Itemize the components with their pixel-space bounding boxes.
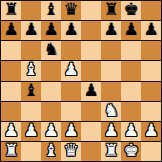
piece-white-pawn-d5[interactable]: ♟	[63, 61, 78, 78]
square-h1[interactable]	[141, 142, 161, 161]
square-f5[interactable]	[101, 61, 121, 80]
square-d7[interactable]: ♟	[61, 21, 81, 40]
square-c4[interactable]	[41, 82, 61, 101]
piece-black-bishop-c8[interactable]: ♝	[43, 1, 58, 18]
square-b6[interactable]	[21, 41, 41, 60]
square-f1[interactable]: ♜	[101, 142, 121, 161]
square-h7[interactable]: ♟	[141, 21, 161, 40]
piece-white-pawn-f2[interactable]: ♟	[103, 122, 118, 139]
square-h4[interactable]	[141, 82, 161, 101]
square-h3[interactable]	[141, 102, 161, 121]
square-g8[interactable]: ♚	[121, 1, 141, 20]
square-c7[interactable]: ♟	[41, 21, 61, 40]
square-e8[interactable]	[81, 1, 101, 20]
piece-white-pawn-b2[interactable]: ♟	[23, 122, 38, 139]
piece-black-pawn-d7[interactable]: ♟	[63, 21, 78, 38]
piece-white-pawn-c2[interactable]: ♟	[43, 122, 58, 139]
piece-white-pawn-a2[interactable]: ♟	[3, 122, 18, 139]
square-g1[interactable]: ♚	[121, 142, 141, 161]
chess-board-frame: ♜♝♛♜♚♟♟♟♟♟♟♟♞♝♟♝♟♞♟♟♟♟♟♟♟♜♝♛♜♚	[0, 0, 162, 162]
piece-white-pawn-g2[interactable]: ♟	[123, 122, 138, 139]
square-d2[interactable]: ♟	[61, 122, 81, 141]
piece-black-pawn-c7[interactable]: ♟	[43, 21, 58, 38]
square-b4[interactable]: ♝	[21, 82, 41, 101]
square-d5[interactable]: ♟	[61, 61, 81, 80]
square-a6[interactable]	[1, 41, 21, 60]
square-f3[interactable]: ♞	[101, 102, 121, 121]
square-f8[interactable]: ♜	[101, 1, 121, 20]
square-c1[interactable]: ♝	[41, 142, 61, 161]
square-c5[interactable]	[41, 61, 61, 80]
chess-board: ♜♝♛♜♚♟♟♟♟♟♟♟♞♝♟♝♟♞♟♟♟♟♟♟♟♜♝♛♜♚	[1, 1, 161, 161]
square-b8[interactable]	[21, 1, 41, 20]
square-g7[interactable]: ♟	[121, 21, 141, 40]
square-g2[interactable]: ♟	[121, 122, 141, 141]
piece-white-queen-d1[interactable]: ♛	[63, 142, 78, 159]
square-f7[interactable]: ♟	[101, 21, 121, 40]
square-g5[interactable]	[121, 61, 141, 80]
square-b5[interactable]: ♝	[21, 61, 41, 80]
square-b7[interactable]: ♟	[21, 21, 41, 40]
square-e1[interactable]	[81, 142, 101, 161]
piece-black-pawn-a7[interactable]: ♟	[3, 21, 18, 38]
piece-black-knight-c6[interactable]: ♞	[43, 41, 58, 58]
piece-black-pawn-f7[interactable]: ♟	[103, 21, 118, 38]
square-b2[interactable]: ♟	[21, 122, 41, 141]
square-a1[interactable]: ♜	[1, 142, 21, 161]
square-h5[interactable]	[141, 61, 161, 80]
square-d1[interactable]: ♛	[61, 142, 81, 161]
square-f4[interactable]	[101, 82, 121, 101]
piece-white-rook-f1[interactable]: ♜	[103, 142, 118, 159]
square-b1[interactable]	[21, 142, 41, 161]
piece-black-pawn-h7[interactable]: ♟	[143, 21, 158, 38]
square-e4[interactable]: ♟	[81, 82, 101, 101]
piece-white-rook-a1[interactable]: ♜	[3, 142, 18, 159]
square-d8[interactable]: ♛	[61, 1, 81, 20]
square-d4[interactable]	[61, 82, 81, 101]
square-c3[interactable]	[41, 102, 61, 121]
piece-white-bishop-b5[interactable]: ♝	[23, 61, 38, 78]
piece-white-bishop-c1[interactable]: ♝	[43, 142, 58, 159]
square-e6[interactable]	[81, 41, 101, 60]
square-g3[interactable]	[121, 102, 141, 121]
piece-white-pawn-h2[interactable]: ♟	[143, 122, 158, 139]
square-e3[interactable]	[81, 102, 101, 121]
square-a4[interactable]	[1, 82, 21, 101]
square-e2[interactable]	[81, 122, 101, 141]
square-a7[interactable]: ♟	[1, 21, 21, 40]
square-a2[interactable]: ♟	[1, 122, 21, 141]
piece-white-king-g1[interactable]: ♚	[123, 142, 138, 159]
square-c8[interactable]: ♝	[41, 1, 61, 20]
square-g4[interactable]	[121, 82, 141, 101]
square-d6[interactable]	[61, 41, 81, 60]
square-d3[interactable]	[61, 102, 81, 121]
piece-black-queen-d8[interactable]: ♛	[63, 1, 78, 18]
square-c6[interactable]: ♞	[41, 41, 61, 60]
square-a8[interactable]: ♜	[1, 1, 21, 20]
piece-black-rook-a8[interactable]: ♜	[3, 1, 18, 18]
square-f2[interactable]: ♟	[101, 122, 121, 141]
piece-white-knight-f3[interactable]: ♞	[103, 102, 118, 119]
square-e5[interactable]	[81, 61, 101, 80]
piece-black-pawn-e4[interactable]: ♟	[83, 82, 98, 99]
square-h6[interactable]	[141, 41, 161, 60]
square-e7[interactable]	[81, 21, 101, 40]
square-b3[interactable]	[21, 102, 41, 121]
piece-black-rook-f8[interactable]: ♜	[103, 1, 118, 18]
square-f6[interactable]	[101, 41, 121, 60]
square-h8[interactable]	[141, 1, 161, 20]
piece-black-pawn-b7[interactable]: ♟	[23, 21, 38, 38]
square-a3[interactable]	[1, 102, 21, 121]
piece-black-king-g8[interactable]: ♚	[123, 1, 138, 18]
square-c2[interactable]: ♟	[41, 122, 61, 141]
square-h2[interactable]: ♟	[141, 122, 161, 141]
piece-black-bishop-b4[interactable]: ♝	[23, 82, 38, 99]
piece-black-pawn-g7[interactable]: ♟	[123, 21, 138, 38]
square-a5[interactable]	[1, 61, 21, 80]
piece-white-pawn-d2[interactable]: ♟	[63, 122, 78, 139]
square-g6[interactable]	[121, 41, 141, 60]
